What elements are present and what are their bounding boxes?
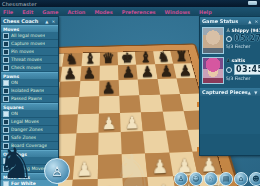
player-clock: 05:27 — [234, 34, 260, 43]
coach-item-label: Danger Zones — [11, 127, 43, 132]
panel-control-icons[interactable]: ▲ ✕ — [45, 19, 56, 24]
game-status-title-bar: Game Status ▲ ✕ — [200, 17, 260, 25]
square-d6[interactable]: ♟ — [99, 80, 119, 96]
white-pawn-icon: ♙ — [226, 27, 230, 33]
library-button[interactable]: ⌂ — [234, 172, 248, 186]
coach-item-all-legal-moves[interactable]: All legal moves — [1, 32, 58, 40]
square-d5[interactable] — [99, 96, 120, 114]
coach-item-capture-moves[interactable]: Capture moves — [1, 40, 58, 48]
square-e6[interactable] — [119, 79, 140, 95]
black-piece-p[interactable]: ♟ — [78, 65, 100, 81]
square-e5[interactable] — [119, 95, 141, 113]
square-c6[interactable] — [79, 80, 100, 96]
coach-item-label: Isolated Pawns — [11, 88, 44, 93]
player-name: ♟saltis — [226, 57, 259, 63]
menu-item-help[interactable]: Help — [199, 9, 212, 15]
player-clock: 03:45 — [234, 64, 260, 75]
mentor-face-button-icon: ☺ — [192, 176, 199, 183]
coach-item-pin-moves[interactable]: Pin moves — [1, 48, 58, 56]
square-e7[interactable]: ♟ — [118, 65, 138, 80]
knight-button[interactable]: ♘ — [204, 172, 218, 186]
menu-bar: FileEditGameActionModesPreferencesWindow… — [0, 7, 260, 16]
coach-item-threat-moves[interactable]: Threat moves — [1, 56, 58, 64]
coach-item-on[interactable]: ON — [1, 110, 58, 118]
menu-item-game[interactable]: Game — [42, 9, 58, 15]
black-piece-p[interactable]: ♟ — [175, 62, 197, 78]
checkbox-icon[interactable] — [3, 119, 9, 125]
white-piece-p[interactable]: ♟ — [97, 114, 123, 133]
checkbox-icon[interactable] — [3, 33, 9, 39]
panel-resize-grip[interactable] — [197, 102, 199, 107]
title-bar: Chessmaster — [0, 0, 260, 7]
coach-item-label: Legal Moves — [11, 119, 39, 124]
captured-pieces-title-bar: Captured Pieces ▲ ▼ ✕ — [200, 88, 260, 96]
coach-item-label: Passed Pawns — [11, 96, 42, 101]
square-h7[interactable]: ♟ — [173, 64, 195, 79]
coach-item-label: All legal moves — [11, 33, 45, 38]
pawn-panel-button[interactable]: ♙ — [44, 158, 70, 184]
square-f6[interactable] — [138, 79, 160, 95]
square-c1[interactable]: ♝ — [70, 179, 97, 186]
square-d4[interactable]: ♟ — [98, 113, 120, 133]
coach-item-danger-zones[interactable]: Danger Zones — [1, 126, 58, 134]
mentor-face-button[interactable]: ☺ — [189, 172, 203, 186]
window-title: Chessmaster — [0, 1, 37, 7]
close-icon[interactable]: ✕ — [255, 19, 259, 24]
game-status-panel: Game Status ▲ ✕ ♙Shippy (947)05:275/3 Fi… — [199, 16, 260, 156]
checkbox-icon[interactable] — [3, 41, 9, 47]
pieces-button[interactable]: ♙ — [174, 172, 188, 186]
captured-pieces-tray — [200, 96, 260, 134]
square-c4[interactable] — [76, 114, 99, 134]
collapse-icon[interactable]: ▲ — [45, 19, 49, 24]
panel-control-icons[interactable]: ▲ ▼ ✕ — [248, 90, 260, 95]
square-b7[interactable]: ♟ — [61, 66, 82, 81]
checkbox-icon[interactable] — [3, 49, 9, 55]
menu-item-modes[interactable]: Modes — [94, 9, 112, 15]
chess-coach-title-bar: Chess Coach ▲ ✕ — [1, 17, 58, 25]
pieces-button-icon: ♙ — [178, 176, 184, 183]
player-avatar — [202, 57, 224, 84]
white-piece-b[interactable]: ♝ — [68, 184, 99, 186]
square-h6[interactable] — [176, 78, 199, 94]
menu-item-windows[interactable]: Windows — [165, 9, 190, 15]
menu-item-action[interactable]: Action — [67, 9, 85, 15]
coach-section-header[interactable]: Squares — [1, 103, 58, 110]
square-g4[interactable] — [162, 111, 187, 131]
knight-watermark-icon: ♞ — [112, 148, 153, 186]
square-b6[interactable] — [58, 81, 80, 97]
square-f7[interactable]: ♟ — [136, 64, 157, 79]
window-control-button[interactable] — [248, 1, 257, 5]
coach-item-label: Capture moves — [11, 41, 45, 46]
black-piece-p[interactable]: ♟ — [156, 63, 178, 79]
square-h8[interactable]: ♜ — [170, 50, 191, 63]
player-name: ♙Shippy (947) — [226, 27, 259, 33]
square-c3[interactable] — [74, 133, 98, 155]
menu-item-file[interactable]: File — [3, 9, 13, 15]
checkbox-icon[interactable] — [3, 111, 9, 117]
square-c2[interactable]: ♟ — [72, 154, 98, 179]
coach-section-header[interactable]: Pawns — [1, 72, 58, 79]
black-piece-r[interactable]: ♜ — [172, 49, 193, 64]
square-c8[interactable]: ♝ — [81, 53, 100, 67]
black-piece-p[interactable]: ♟ — [59, 65, 81, 81]
knight-logo-icon: ♞ — [0, 143, 35, 185]
clock-icon — [226, 36, 232, 42]
pawn-icon: ♙ — [51, 164, 63, 179]
black-piece-p[interactable]: ♟ — [97, 79, 120, 96]
white-piece-p[interactable]: ♟ — [70, 158, 99, 179]
time-control: 5/3 Fischer — [226, 44, 259, 49]
square-d8[interactable]: ♛ — [100, 52, 118, 66]
notation-button-icon: ▤ — [223, 176, 230, 183]
checkbox-icon[interactable] — [3, 57, 9, 63]
coach-item-check-moves[interactable]: Check moves — [1, 64, 58, 72]
menu-item-preferences[interactable]: Preferences — [122, 9, 156, 15]
checkbox-icon[interactable] — [3, 96, 9, 102]
opponent-button[interactable]: ☻ — [249, 172, 260, 186]
coach-item-label: Pin moves — [11, 49, 34, 54]
opponent-button-icon: ☻ — [252, 176, 259, 183]
checkbox-icon[interactable] — [3, 65, 9, 71]
black-piece-b[interactable]: ♝ — [80, 51, 101, 66]
square-g6[interactable] — [157, 78, 180, 94]
time-control: 5/3 Fischer — [226, 76, 259, 81]
black-piece-q[interactable]: ♛ — [98, 51, 119, 66]
square-d7[interactable] — [99, 65, 118, 80]
coach-item-legal-moves[interactable]: Legal Moves — [1, 118, 58, 126]
menu-item-edit[interactable]: Edit — [22, 9, 33, 15]
square-f4[interactable] — [141, 112, 165, 132]
coach-item-isolated-pawns[interactable]: Isolated Pawns — [1, 87, 58, 95]
square-e8[interactable]: ♚ — [118, 52, 137, 66]
coach-item-passed-pawns[interactable]: Passed Pawns — [1, 95, 58, 103]
black-pawn-icon: ♟ — [226, 57, 230, 63]
coach-item-label: ON — [11, 111, 18, 116]
coach-item-on[interactable]: ON — [1, 79, 58, 87]
player-card-white: ♙Shippy (947)05:275/3 Fischer — [200, 25, 260, 55]
coach-section-header[interactable]: Moves — [1, 25, 58, 32]
player-card-black: ♟saltis03:455/3 Fischer — [200, 55, 260, 85]
square-f8[interactable]: ♝ — [135, 51, 155, 65]
square-b8[interactable]: ♞ — [63, 53, 83, 67]
checkbox-icon[interactable] — [3, 80, 9, 86]
panel-control-icons[interactable]: ▲ ✕ — [248, 19, 259, 24]
player-avatar — [202, 27, 224, 54]
coach-item-label: ON — [11, 80, 18, 85]
library-button-icon: ⌂ — [239, 176, 243, 183]
square-c7[interactable]: ♟ — [80, 66, 100, 81]
square-c5[interactable] — [77, 96, 99, 114]
notation-button[interactable]: ▤ — [219, 172, 233, 186]
coach-item-label: Threat moves — [11, 57, 42, 62]
collapse-icon[interactable]: ▲ — [248, 19, 252, 24]
checkbox-icon[interactable] — [3, 88, 9, 94]
close-icon[interactable]: ✕ — [52, 19, 56, 24]
checkbox-icon[interactable] — [3, 127, 9, 133]
chess-coach-title: Chess Coach — [3, 18, 38, 24]
clock-icon — [226, 67, 232, 73]
square-b5[interactable] — [56, 97, 79, 115]
coach-item-label: Check moves — [11, 65, 41, 70]
square-e4[interactable]: ♟ — [120, 112, 143, 132]
game-status-title: Game Status — [202, 18, 238, 24]
captured-pieces-title: Captured Pieces — [202, 89, 248, 95]
panel-resize-grip[interactable] — [197, 147, 199, 152]
black-piece-n[interactable]: ♞ — [61, 52, 82, 67]
square-f5[interactable] — [139, 94, 162, 112]
bottom-toolbar: ♙☺♘▤⌂☻♟ — [174, 172, 260, 186]
knight-button-icon: ♘ — [208, 176, 214, 183]
